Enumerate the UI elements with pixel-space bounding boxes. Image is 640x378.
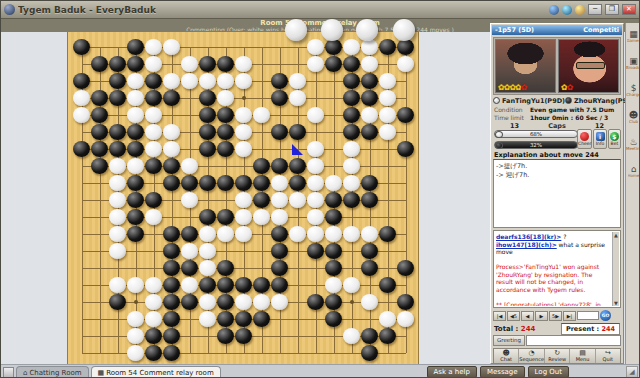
board-point-3-9[interactable] [217, 73, 235, 90]
board-point-4-18[interactable] [379, 90, 397, 107]
board-point-3-14[interactable] [307, 73, 325, 90]
board-point-16-1[interactable] [73, 294, 91, 311]
board-point-9-16[interactable] [343, 175, 361, 192]
board-point-15-5[interactable] [145, 277, 163, 294]
board-point-19-18[interactable] [379, 345, 397, 362]
board-point-1-2[interactable] [91, 39, 109, 56]
board-point-19-2[interactable] [91, 345, 109, 362]
board-point-7-15[interactable] [325, 141, 343, 158]
board-point-6-19[interactable] [397, 124, 415, 141]
board-point-6-9[interactable] [217, 124, 235, 141]
board-point-5-11[interactable] [253, 107, 271, 124]
board-point-17-16[interactable] [343, 311, 361, 328]
nav-5-button[interactable]: 5▶ [549, 311, 562, 321]
greeting-button[interactable]: Greeting [493, 335, 525, 346]
board-point-18-1[interactable] [73, 328, 91, 345]
board-point-16-5[interactable] [145, 294, 163, 311]
board-point-19-14[interactable] [307, 345, 325, 362]
board-point-13-2[interactable] [91, 243, 109, 260]
board-point-11-4[interactable] [127, 209, 145, 226]
board-point-15-1[interactable] [73, 277, 91, 294]
board-point-3-15[interactable] [325, 73, 343, 90]
message-button[interactable]: Message [480, 366, 525, 378]
board-point-12-1[interactable] [73, 226, 91, 243]
board-point-4-5[interactable] [145, 90, 163, 107]
board-point-3-10[interactable] [235, 73, 253, 90]
board-point-7-2[interactable] [91, 141, 109, 158]
board-point-10-7[interactable] [181, 192, 199, 209]
board-point-14-15[interactable] [325, 260, 343, 277]
board-point-17-13[interactable] [289, 311, 307, 328]
board-point-15-12[interactable] [271, 277, 289, 294]
black-cheer-knob[interactable] [495, 142, 503, 149]
board-point-14-1[interactable] [73, 260, 91, 277]
board-point-1-12[interactable] [271, 39, 289, 56]
board-point-5-13[interactable] [289, 107, 307, 124]
board-point-3-19[interactable] [397, 73, 415, 90]
review-button[interactable]: ↻Review [545, 349, 570, 363]
board-point-6-1[interactable] [73, 124, 91, 141]
board-point-15-15[interactable] [325, 277, 343, 294]
board-point-8-15[interactable] [325, 158, 343, 175]
board-point-2-18[interactable] [379, 56, 397, 73]
chat-username[interactable]: ihow147[18](ch)> [496, 241, 557, 248]
board-point-14-14[interactable] [307, 260, 325, 277]
nav--button[interactable]: ◀ [521, 311, 534, 321]
board-point-4-13[interactable] [289, 90, 307, 107]
board-point-19-19[interactable] [397, 345, 415, 362]
board-point-19-17[interactable] [361, 345, 379, 362]
board-point-3-16[interactable] [343, 73, 361, 90]
tab-room54-relay[interactable]: ▦ Room 54 Comment relay room [91, 366, 221, 378]
board-point-15-10[interactable] [235, 277, 253, 294]
board-point-15-9[interactable] [217, 277, 235, 294]
board-point-6-13[interactable] [289, 124, 307, 141]
board-point-7-6[interactable] [163, 141, 181, 158]
board-point-17-9[interactable] [217, 311, 235, 328]
board-point-13-4[interactable] [127, 243, 145, 260]
board-point-7-18[interactable] [379, 141, 397, 158]
board-point-6-3[interactable] [109, 124, 127, 141]
board-point-2-6[interactable] [163, 56, 181, 73]
board-point-16-2[interactable] [91, 294, 109, 311]
board-point-19-9[interactable] [217, 345, 235, 362]
board-point-7-13[interactable] [289, 141, 307, 158]
board-point-2-10[interactable] [235, 56, 253, 73]
board-point-3-12[interactable] [271, 73, 289, 90]
board-point-16-8[interactable] [199, 294, 217, 311]
board-point-12-2[interactable] [91, 226, 109, 243]
board-point-5-1[interactable] [73, 107, 91, 124]
board-point-13-7[interactable] [181, 243, 199, 260]
board-point-10-8[interactable] [199, 192, 217, 209]
board-point-6-16[interactable] [343, 124, 361, 141]
white-cheer-bar[interactable]: 68% [494, 130, 578, 138]
board-point-14-13[interactable] [289, 260, 307, 277]
board-point-10-10[interactable] [235, 192, 253, 209]
board-point-4-8[interactable] [199, 90, 217, 107]
board-point-3-7[interactable] [181, 73, 199, 90]
board-point-2-1[interactable] [73, 56, 91, 73]
board-point-5-5[interactable] [145, 107, 163, 124]
board-point-12-10[interactable] [235, 226, 253, 243]
board-point-18-4[interactable] [127, 328, 145, 345]
board-point-18-12[interactable] [271, 328, 289, 345]
board-point-4-11[interactable] [253, 90, 271, 107]
board-point-14-6[interactable] [163, 260, 181, 277]
board-point-19-10[interactable] [235, 345, 253, 362]
board-point-10-3[interactable] [109, 192, 127, 209]
board-point-2-9[interactable] [217, 56, 235, 73]
board-point-7-12[interactable] [271, 141, 289, 158]
board-point-7-3[interactable] [109, 141, 127, 158]
board-point-13-12[interactable] [271, 243, 289, 260]
board-point-17-12[interactable] [271, 311, 289, 328]
board-point-12-6[interactable] [163, 226, 181, 243]
board-point-2-8[interactable] [199, 56, 217, 73]
board-point-8-5[interactable] [145, 158, 163, 175]
board-point-6-18[interactable] [379, 124, 397, 141]
white-cheer-knob[interactable] [495, 131, 503, 138]
board-point-18-15[interactable] [325, 328, 343, 345]
board-point-3-6[interactable] [163, 73, 181, 90]
move-number-input[interactable] [577, 311, 599, 320]
board-point-2-3[interactable] [109, 56, 127, 73]
board-point-15-2[interactable] [91, 277, 109, 294]
board-point-7-10[interactable] [235, 141, 253, 158]
board-point-15-17[interactable] [361, 277, 379, 294]
board-point-2-12[interactable] [271, 56, 289, 73]
board-point-19-12[interactable] [271, 345, 289, 362]
board-point-11-5[interactable] [145, 209, 163, 226]
board-point-11-10[interactable] [235, 209, 253, 226]
board-point-13-5[interactable] [145, 243, 163, 260]
board-point-13-3[interactable] [109, 243, 127, 260]
board-point-10-19[interactable] [397, 192, 415, 209]
board-point-13-18[interactable] [379, 243, 397, 260]
board-point-4-1[interactable] [73, 90, 91, 107]
board-point-17-1[interactable] [73, 311, 91, 328]
board-point-12-7[interactable] [181, 226, 199, 243]
go-board[interactable] [67, 31, 419, 368]
board-point-5-10[interactable] [235, 107, 253, 124]
board-point-12-11[interactable] [253, 226, 271, 243]
board-point-18-5[interactable] [145, 328, 163, 345]
board-point-2-2[interactable] [91, 56, 109, 73]
board-point-10-14[interactable] [307, 192, 325, 209]
board-point-10-1[interactable] [73, 192, 91, 209]
board-point-4-2[interactable] [91, 90, 109, 107]
cheer-button[interactable]: Cheer [577, 129, 592, 149]
board-point-1-5[interactable] [145, 39, 163, 56]
board-point-7-16[interactable] [343, 141, 361, 158]
board-point-10-13[interactable] [289, 192, 307, 209]
board-point-15-4[interactable] [127, 277, 145, 294]
board-point-12-4[interactable] [127, 226, 145, 243]
board-point-3-4[interactable] [127, 73, 145, 90]
board-point-5-6[interactable] [163, 107, 181, 124]
board-point-8-2[interactable] [91, 158, 109, 175]
board-point-11-18[interactable] [379, 209, 397, 226]
board-point-1-15[interactable] [325, 39, 343, 56]
board-point-1-18[interactable] [379, 39, 397, 56]
board-point-14-8[interactable] [199, 260, 217, 277]
board-point-19-8[interactable] [199, 345, 217, 362]
board-point-19-1[interactable] [73, 345, 91, 362]
board-point-19-3[interactable] [109, 345, 127, 362]
board-point-17-11[interactable] [253, 311, 271, 328]
board-point-6-11[interactable] [253, 124, 271, 141]
board-point-14-19[interactable] [397, 260, 415, 277]
board-point-4-14[interactable] [307, 90, 325, 107]
chat-box[interactable]: dearfs136[18](kr)> ?ihow147[18](ch)> wha… [493, 230, 621, 308]
board-point-7-5[interactable] [145, 141, 163, 158]
board-point-4-3[interactable] [109, 90, 127, 107]
board-point-10-15[interactable] [325, 192, 343, 209]
board-point-5-15[interactable] [325, 107, 343, 124]
board-point-11-6[interactable] [163, 209, 181, 226]
board-point-9-12[interactable] [271, 175, 289, 192]
board-point-3-18[interactable] [379, 73, 397, 90]
board-point-18-9[interactable] [217, 328, 235, 345]
board-point-14-9[interactable] [217, 260, 235, 277]
board-point-15-8[interactable] [199, 277, 217, 294]
board-point-6-6[interactable] [163, 124, 181, 141]
board-point-4-10[interactable] [235, 90, 253, 107]
board-point-5-2[interactable] [91, 107, 109, 124]
board-point-12-12[interactable] [271, 226, 289, 243]
board-point-5-18[interactable] [379, 107, 397, 124]
board-point-7-1[interactable] [73, 141, 91, 158]
board-point-10-6[interactable] [163, 192, 181, 209]
board-point-8-3[interactable] [109, 158, 127, 175]
board-point-7-7[interactable] [181, 141, 199, 158]
board-point-2-7[interactable] [181, 56, 199, 73]
board-point-3-5[interactable] [145, 73, 163, 90]
board-point-3-1[interactable] [73, 73, 91, 90]
board-point-4-16[interactable] [343, 90, 361, 107]
board-point-19-6[interactable] [163, 345, 181, 362]
board-point-7-4[interactable] [127, 141, 145, 158]
board-point-18-8[interactable] [199, 328, 217, 345]
board-point-1-10[interactable] [235, 39, 253, 56]
board-point-2-17[interactable] [361, 56, 379, 73]
board-point-17-15[interactable] [325, 311, 343, 328]
board-point-16-10[interactable] [235, 294, 253, 311]
board-point-8-6[interactable] [163, 158, 181, 175]
board-point-16-17[interactable] [361, 294, 379, 311]
board-point-5-9[interactable] [217, 107, 235, 124]
board-point-15-19[interactable] [397, 277, 415, 294]
board-point-13-14[interactable] [307, 243, 325, 260]
chat-scrollbar[interactable]: ▲▼ [612, 232, 619, 306]
board-point-2-11[interactable] [253, 56, 271, 73]
board-point-14-4[interactable] [127, 260, 145, 277]
board-point-18-19[interactable] [397, 328, 415, 345]
board-point-5-4[interactable] [127, 107, 145, 124]
board-point-1-11[interactable] [253, 39, 271, 56]
board-point-16-3[interactable] [109, 294, 127, 311]
board-point-19-4[interactable] [127, 345, 145, 362]
board-point-17-5[interactable] [145, 311, 163, 328]
board-point-8-17[interactable] [361, 158, 379, 175]
board-point-14-12[interactable] [271, 260, 289, 277]
board-point-1-17[interactable] [361, 39, 379, 56]
board-point-13-17[interactable] [361, 243, 379, 260]
board-point-13-10[interactable] [235, 243, 253, 260]
board-point-15-14[interactable] [307, 277, 325, 294]
board-point-12-5[interactable] [145, 226, 163, 243]
board-point-2-5[interactable] [145, 56, 163, 73]
board-point-12-14[interactable] [307, 226, 325, 243]
board-point-3-11[interactable] [253, 73, 271, 90]
board-point-15-7[interactable] [181, 277, 199, 294]
board-point-9-13[interactable] [289, 175, 307, 192]
board-point-9-10[interactable] [235, 175, 253, 192]
board-point-8-16[interactable] [343, 158, 361, 175]
board-point-18-13[interactable] [289, 328, 307, 345]
board-point-16-9[interactable] [217, 294, 235, 311]
board-point-13-19[interactable] [397, 243, 415, 260]
go-button[interactable]: GO [600, 310, 611, 321]
board-point-16-7[interactable] [181, 294, 199, 311]
board-point-18-3[interactable] [109, 328, 127, 345]
board-point-4-17[interactable] [361, 90, 379, 107]
sequence-button[interactable]: ◔Sequence [519, 349, 545, 363]
board-point-12-8[interactable] [199, 226, 217, 243]
board-point-8-18[interactable] [379, 158, 397, 175]
board-point-8-9[interactable] [217, 158, 235, 175]
board-point-8-4[interactable] [127, 158, 145, 175]
board-point-8-12[interactable] [271, 158, 289, 175]
board-point-16-16[interactable] [343, 294, 361, 311]
board-point-15-13[interactable] [289, 277, 307, 294]
board-point-17-19[interactable] [397, 311, 415, 328]
board-point-8-13[interactable] [289, 158, 307, 175]
board-point-19-11[interactable] [253, 345, 271, 362]
toolbar-charge-button[interactable]: $Charge [626, 83, 640, 97]
board-point-3-13[interactable] [289, 73, 307, 90]
board-point-17-10[interactable] [235, 311, 253, 328]
toolbar-games-button[interactable]: ▦Games [627, 29, 640, 43]
board-point-4-15[interactable] [325, 90, 343, 107]
board-point-7-19[interactable] [397, 141, 415, 158]
board-point-19-5[interactable] [145, 345, 163, 362]
board-point-9-15[interactable] [325, 175, 343, 192]
board-point-2-19[interactable] [397, 56, 415, 73]
maximize-button[interactable]: ❐ [605, 4, 619, 15]
board-point-1-14[interactable] [307, 39, 325, 56]
board-point-4-7[interactable] [181, 90, 199, 107]
black-cheer-bar[interactable]: 32% [494, 141, 578, 149]
board-point-11-16[interactable] [343, 209, 361, 226]
board-point-12-17[interactable] [361, 226, 379, 243]
board-point-9-2[interactable] [91, 175, 109, 192]
board-point-9-18[interactable] [379, 175, 397, 192]
board-point-8-10[interactable] [235, 158, 253, 175]
board-point-9-14[interactable] [307, 175, 325, 192]
board-point-4-6[interactable] [163, 90, 181, 107]
board-point-13-8[interactable] [199, 243, 217, 260]
board-point-9-6[interactable] [163, 175, 181, 192]
ask-help-button[interactable]: Ask a help [427, 366, 477, 378]
board-point-9-8[interactable] [199, 175, 217, 192]
board-point-19-13[interactable] [289, 345, 307, 362]
board-point-19-15[interactable] [325, 345, 343, 362]
board-point-17-3[interactable] [109, 311, 127, 328]
board-point-16-11[interactable] [253, 294, 271, 311]
board-point-16-15[interactable] [325, 294, 343, 311]
board-point-16-12[interactable] [271, 294, 289, 311]
board-point-5-17[interactable] [361, 107, 379, 124]
board-point-8-8[interactable] [199, 158, 217, 175]
board-point-14-2[interactable] [91, 260, 109, 277]
board-point-6-15[interactable] [325, 124, 343, 141]
board-point-18-18[interactable] [379, 328, 397, 345]
board-point-3-17[interactable] [361, 73, 379, 90]
lamp-icon[interactable] [575, 5, 585, 15]
board-point-9-11[interactable] [253, 175, 271, 192]
board-point-13-15[interactable] [325, 243, 343, 260]
board-point-17-14[interactable] [307, 311, 325, 328]
board-point-16-14[interactable] [307, 294, 325, 311]
board-point-14-5[interactable] [145, 260, 163, 277]
board-point-3-3[interactable] [109, 73, 127, 90]
board-point-12-13[interactable] [289, 226, 307, 243]
board-point-8-14[interactable] [307, 158, 325, 175]
bet-button[interactable]: $ Bet [608, 129, 621, 149]
board-point-6-5[interactable] [145, 124, 163, 141]
board-point-10-11[interactable] [253, 192, 271, 209]
board-point-16-4[interactable] [127, 294, 145, 311]
board-point-6-4[interactable] [127, 124, 145, 141]
board-point-17-2[interactable] [91, 311, 109, 328]
board-point-13-16[interactable] [343, 243, 361, 260]
board-point-15-18[interactable] [379, 277, 397, 294]
board-point-11-19[interactable] [397, 209, 415, 226]
board-point-17-18[interactable] [379, 311, 397, 328]
board-point-10-17[interactable] [361, 192, 379, 209]
board-point-1-19[interactable] [397, 39, 415, 56]
board-point-6-14[interactable] [307, 124, 325, 141]
board-point-9-17[interactable] [361, 175, 379, 192]
board-point-11-2[interactable] [91, 209, 109, 226]
toolbar-club-button[interactable]: ☻Club [629, 110, 638, 124]
board-point-1-4[interactable] [127, 39, 145, 56]
board-point-3-8[interactable] [199, 73, 217, 90]
board-point-11-9[interactable] [217, 209, 235, 226]
board-point-18-7[interactable] [181, 328, 199, 345]
logout-button[interactable]: Log Out [528, 366, 569, 378]
board-point-1-9[interactable] [217, 39, 235, 56]
board-point-5-12[interactable] [271, 107, 289, 124]
board-point-8-19[interactable] [397, 158, 415, 175]
board-point-18-17[interactable] [361, 328, 379, 345]
board-point-16-13[interactable] [289, 294, 307, 311]
board-point-16-19[interactable] [397, 294, 415, 311]
board-point-11-8[interactable] [199, 209, 217, 226]
board-point-5-7[interactable] [181, 107, 199, 124]
board-point-14-11[interactable] [253, 260, 271, 277]
board-point-17-8[interactable] [199, 311, 217, 328]
board-point-14-18[interactable] [379, 260, 397, 277]
board-point-6-10[interactable] [235, 124, 253, 141]
toolbar-meeting-button[interactable]: ♨Meeting [626, 137, 640, 151]
board-point-10-12[interactable] [271, 192, 289, 209]
board-point-2-4[interactable] [127, 56, 145, 73]
info-button[interactable]: i Info [593, 129, 606, 149]
board-point-14-16[interactable] [343, 260, 361, 277]
